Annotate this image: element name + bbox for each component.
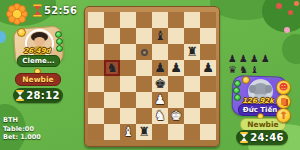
piece-black-rook[interactable]: ♜ xyxy=(184,44,200,60)
square-d4[interactable] xyxy=(136,76,152,92)
raise-button[interactable]: ↑ xyxy=(276,108,291,123)
square-g2[interactable] xyxy=(184,108,200,124)
square-g3[interactable] xyxy=(184,92,200,108)
emoji-button[interactable]: ☻ xyxy=(276,80,291,95)
connection-dot xyxy=(56,38,63,45)
left-player-timer-text: 28:12 xyxy=(26,90,59,101)
table-info: BTH Table:00 Bet: 1.000 xyxy=(3,116,41,142)
square-c5[interactable] xyxy=(120,60,136,76)
square-c1[interactable]: ♝ xyxy=(120,124,136,140)
piece-black-king[interactable]: ♚ xyxy=(152,76,168,92)
match-timer-text: 52:56 xyxy=(44,5,77,16)
square-h6[interactable] xyxy=(200,44,216,60)
piece-white-pawn[interactable]: ♟ xyxy=(152,92,168,108)
right-player-timer: 24:46 xyxy=(236,130,288,145)
square-d6[interactable] xyxy=(136,44,152,60)
square-c6[interactable] xyxy=(120,44,136,60)
square-f3[interactable] xyxy=(168,92,184,108)
square-a2[interactable] xyxy=(88,108,104,124)
square-a4[interactable] xyxy=(88,76,104,92)
square-c2[interactable] xyxy=(120,108,136,124)
piece-white-knight[interactable]: ♞ xyxy=(152,108,168,124)
cards-button[interactable] xyxy=(276,94,291,109)
piece-black-pawn[interactable]: ♟ xyxy=(152,60,168,76)
blue-flower-decoration xyxy=(0,31,6,43)
square-b3[interactable] xyxy=(104,92,120,108)
square-c4[interactable] xyxy=(120,76,136,92)
left-player-timer: 28:12 xyxy=(13,88,63,103)
square-c3[interactable] xyxy=(120,92,136,108)
square-e5[interactable]: ♟ xyxy=(152,60,168,76)
square-d5[interactable] xyxy=(136,60,152,76)
square-h7[interactable] xyxy=(200,28,216,44)
red-flower-decoration xyxy=(276,3,282,9)
square-a6[interactable] xyxy=(88,44,104,60)
square-e8[interactable] xyxy=(152,12,168,28)
coin-icon xyxy=(17,28,26,37)
square-f8[interactable] xyxy=(168,12,184,28)
square-c8[interactable] xyxy=(120,12,136,28)
avatar-ear xyxy=(249,85,256,93)
square-d8[interactable] xyxy=(136,12,152,28)
hourglass-icon xyxy=(16,90,24,101)
right-player-timer-text: 24:46 xyxy=(250,132,283,143)
table-info-line: BTH xyxy=(3,116,41,125)
square-b7[interactable] xyxy=(104,28,120,44)
square-b8[interactable] xyxy=(104,12,120,28)
hourglass-icon xyxy=(240,132,248,143)
move-marker-dot xyxy=(141,49,148,56)
bush-decoration xyxy=(282,34,300,64)
square-h4[interactable] xyxy=(200,76,216,92)
up-arrow-icon: ↑ xyxy=(279,111,287,121)
piece-black-pawn[interactable]: ♟ xyxy=(168,60,184,76)
square-f5[interactable]: ♟ xyxy=(168,60,184,76)
square-a7[interactable] xyxy=(88,28,104,44)
square-g1[interactable] xyxy=(184,124,200,140)
square-a3[interactable] xyxy=(88,92,104,108)
left-player-name[interactable]: Cleme... xyxy=(17,55,60,67)
square-e3[interactable]: ♟ xyxy=(152,92,168,108)
square-d7[interactable] xyxy=(136,28,152,44)
square-f1[interactable] xyxy=(168,124,184,140)
square-h3[interactable] xyxy=(200,92,216,108)
square-b1[interactable] xyxy=(104,124,120,140)
piece-white-king[interactable]: ♚ xyxy=(168,108,184,124)
captured-black-pawn: ♟ xyxy=(227,53,238,64)
square-e1[interactable] xyxy=(152,124,168,140)
square-d2[interactable] xyxy=(136,108,152,124)
avatar-ear xyxy=(265,85,272,93)
piece-black-pawn[interactable]: ♟ xyxy=(200,60,216,76)
square-d1[interactable]: ♜ xyxy=(136,124,152,140)
square-c7[interactable] xyxy=(120,28,136,44)
captured-pieces-tray: ♟♟♟♟♛♞♝ xyxy=(227,53,273,75)
table-info-line: Table:00 xyxy=(3,125,41,134)
connection-dot xyxy=(233,87,240,94)
square-e4[interactable]: ♚ xyxy=(152,76,168,92)
square-e7[interactable]: ♝ xyxy=(152,28,168,44)
square-e2[interactable]: ♞ xyxy=(152,108,168,124)
square-f4[interactable] xyxy=(168,76,184,92)
piece-black-bishop[interactable]: ♝ xyxy=(152,28,168,44)
hourglass-icon xyxy=(33,4,42,17)
square-a8[interactable] xyxy=(88,12,104,28)
table-info-line: Bet: 1.000 xyxy=(3,133,41,142)
square-e6[interactable] xyxy=(152,44,168,60)
captured-black-pawn: ♟ xyxy=(238,53,249,64)
square-b6[interactable] xyxy=(104,44,120,60)
smiley-icon: ☻ xyxy=(279,83,288,92)
red-flower-decoration xyxy=(288,10,293,15)
match-timer: 52:56 xyxy=(33,4,77,17)
captured-black-queen: ♛ xyxy=(227,64,238,75)
red-flower-decoration xyxy=(294,1,299,6)
square-a5[interactable] xyxy=(88,60,104,76)
square-b2[interactable] xyxy=(104,108,120,124)
left-player-money: 26.49d xyxy=(13,47,61,55)
square-h2[interactable] xyxy=(200,108,216,124)
piece-black-knight[interactable]: ♞ xyxy=(104,60,120,76)
square-g8[interactable] xyxy=(184,12,200,28)
piece-black-rook[interactable]: ♜ xyxy=(136,124,152,140)
square-f7[interactable] xyxy=(168,28,184,44)
flower-icon xyxy=(6,3,28,25)
square-h1[interactable] xyxy=(200,124,216,140)
square-g5[interactable] xyxy=(184,60,200,76)
connection-dot xyxy=(55,31,62,38)
square-h5[interactable]: ♟ xyxy=(200,60,216,76)
avatar-face xyxy=(34,37,45,46)
square-f6[interactable] xyxy=(168,44,184,60)
square-a1[interactable] xyxy=(88,124,104,140)
connection-dot xyxy=(234,80,241,87)
square-b4[interactable] xyxy=(104,76,120,92)
square-g4[interactable] xyxy=(184,76,200,92)
piece-white-bishop[interactable]: ♝ xyxy=(120,124,136,140)
square-b5[interactable]: ♞ xyxy=(104,60,120,76)
square-h8[interactable] xyxy=(200,12,216,28)
square-d3[interactable] xyxy=(136,92,152,108)
chess-board-frame: ♝♜♞♟♟♟♚♟♞♚♝♜ xyxy=(84,6,220,147)
captured-black-pawn: ♟ xyxy=(249,53,260,64)
captured-black-pawn: ♟ xyxy=(260,53,271,64)
cards-icon xyxy=(281,98,286,105)
settings-flower-button[interactable] xyxy=(6,3,28,25)
game-screen: 52:56 26.49d Cleme... Newbie 28:12 BTH T… xyxy=(0,0,300,150)
square-g7[interactable] xyxy=(184,28,200,44)
left-player-rank-badge: Newbie xyxy=(15,73,61,86)
square-g6[interactable]: ♜ xyxy=(184,44,200,60)
square-f2[interactable]: ♚ xyxy=(168,108,184,124)
captured-black-bishop: ♝ xyxy=(249,64,260,75)
captured-black-knight: ♞ xyxy=(238,64,249,75)
chess-board[interactable]: ♝♜♞♟♟♟♚♟♞♚♝♜ xyxy=(88,12,216,140)
pink-flower-decoration xyxy=(284,27,290,33)
